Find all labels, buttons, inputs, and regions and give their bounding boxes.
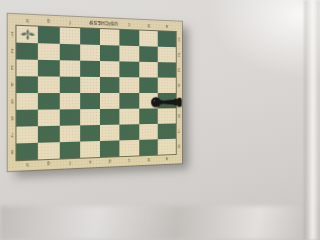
square-g1[interactable]: [38, 27, 59, 44]
square-g8[interactable]: [38, 142, 59, 159]
coordinate-label: 2: [8, 42, 17, 59]
coordinate-label: a: [158, 154, 176, 164]
coordinate-label: 7: [8, 127, 17, 144]
square-f3[interactable]: [59, 60, 80, 77]
square-d5[interactable]: [100, 93, 120, 109]
coordinate-label: 3: [8, 59, 17, 76]
board-grid: [16, 26, 175, 160]
square-d6[interactable]: [100, 109, 120, 125]
coordinate-label: h: [16, 159, 38, 170]
square-d1[interactable]: [100, 29, 120, 46]
coordinate-label: c: [120, 155, 139, 166]
square-a6[interactable]: [158, 108, 176, 124]
coordinate-label: b: [139, 155, 158, 165]
square-e7[interactable]: [80, 125, 100, 142]
square-d2[interactable]: [100, 45, 120, 61]
square-h7[interactable]: [16, 126, 38, 143]
square-g3[interactable]: [38, 60, 59, 77]
square-e5[interactable]: [80, 93, 100, 109]
square-h8[interactable]: [16, 143, 38, 160]
square-e1[interactable]: [80, 28, 100, 45]
square-g2[interactable]: [38, 43, 59, 60]
square-c3[interactable]: [120, 61, 139, 77]
square-b3[interactable]: [139, 62, 158, 78]
square-e4[interactable]: [80, 77, 100, 93]
coordinate-label: g: [38, 159, 59, 170]
square-f1[interactable]: [59, 27, 80, 44]
coordinate-label: 1: [176, 32, 182, 47]
chess-board: hgfedcba US CHESS hgfedcba 12345678 1234…: [8, 14, 182, 171]
square-c1[interactable]: [120, 30, 139, 46]
square-d8[interactable]: [100, 140, 120, 157]
square-c6[interactable]: [120, 109, 139, 125]
square-f6[interactable]: [59, 109, 80, 126]
square-h3[interactable]: [16, 59, 38, 76]
square-d7[interactable]: [100, 125, 120, 141]
coordinate-label: 7: [176, 123, 182, 138]
square-d4[interactable]: [100, 77, 120, 93]
coordinate-label: e: [80, 157, 100, 168]
coordinate-label: 4: [176, 78, 182, 93]
coordinate-label: a: [158, 21, 176, 32]
coordinate-label: 6: [176, 108, 182, 123]
square-c5[interactable]: [120, 93, 139, 109]
coordinate-label: 8: [176, 139, 182, 154]
coordinate-label: 3: [176, 62, 182, 77]
coordinate-label: 8: [8, 143, 17, 160]
square-b2[interactable]: [139, 46, 158, 62]
square-e3[interactable]: [80, 61, 100, 77]
rank-labels-left: 12345678: [8, 25, 17, 160]
square-h4[interactable]: [16, 76, 38, 93]
four-knights-emblem-icon: [19, 28, 35, 41]
square-e6[interactable]: [80, 109, 100, 125]
square-f5[interactable]: [59, 93, 80, 109]
square-b1[interactable]: [139, 31, 158, 47]
square-h1[interactable]: [16, 26, 38, 43]
square-b7[interactable]: [139, 124, 158, 140]
square-f7[interactable]: [59, 125, 80, 142]
square-e8[interactable]: [80, 141, 100, 158]
square-g4[interactable]: [38, 76, 59, 93]
square-a1[interactable]: [158, 31, 176, 47]
square-h6[interactable]: [16, 110, 38, 127]
square-a3[interactable]: [158, 62, 176, 78]
coordinate-label: 6: [8, 110, 17, 127]
coordinate-label: g: [38, 15, 59, 27]
square-a8[interactable]: [158, 139, 176, 155]
square-f4[interactable]: [59, 77, 80, 93]
coordinate-label: h: [16, 14, 38, 26]
square-a2[interactable]: [158, 47, 176, 63]
coordinate-label: f: [59, 16, 80, 28]
coordinate-label: f: [59, 158, 80, 169]
square-f8[interactable]: [59, 142, 80, 159]
coordinate-label: 5: [8, 93, 17, 110]
square-c7[interactable]: [120, 124, 139, 140]
square-a7[interactable]: [158, 123, 176, 139]
square-c4[interactable]: [120, 77, 139, 93]
square-g5[interactable]: [38, 93, 59, 110]
square-g6[interactable]: [38, 109, 59, 126]
fallen-black-pawn[interactable]: [149, 96, 187, 109]
square-b6[interactable]: [139, 108, 158, 124]
square-f2[interactable]: [59, 44, 80, 61]
square-a4[interactable]: [158, 78, 176, 93]
square-b4[interactable]: [139, 77, 158, 93]
coordinate-label: 2: [176, 47, 182, 62]
square-c8[interactable]: [120, 140, 139, 156]
coordinate-label: 1: [8, 25, 17, 42]
coordinate-label: b: [139, 20, 158, 31]
rank-labels-right: 12345678: [176, 32, 182, 154]
square-g7[interactable]: [38, 126, 59, 143]
coordinate-label: 4: [8, 76, 17, 93]
square-d3[interactable]: [100, 61, 120, 77]
square-h2[interactable]: [16, 43, 38, 60]
square-c2[interactable]: [120, 46, 139, 62]
photo-background: hgfedcba US CHESS hgfedcba 12345678 1234…: [0, 0, 200, 200]
square-b8[interactable]: [139, 139, 158, 155]
square-e2[interactable]: [80, 44, 100, 61]
square-h5[interactable]: [16, 93, 38, 110]
brand-text: US CHESS: [82, 18, 125, 29]
coordinate-label: d: [100, 156, 120, 167]
